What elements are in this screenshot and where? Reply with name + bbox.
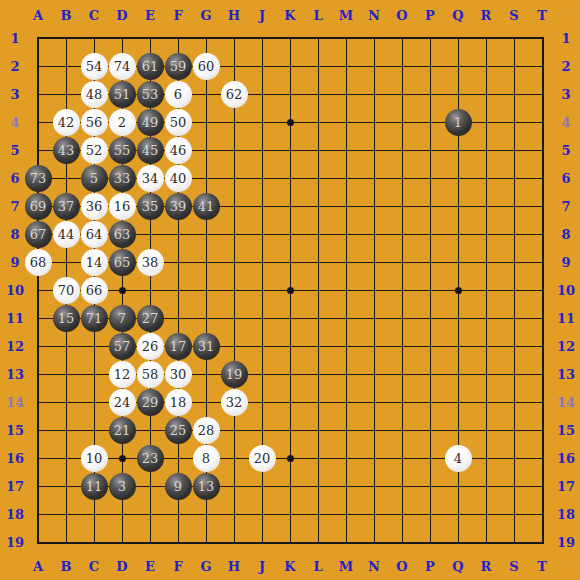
col-label-bottom-R: R xyxy=(481,559,492,574)
row-label-left-11: 11 xyxy=(6,311,24,326)
stone-black-25-F15: 25 xyxy=(165,417,192,444)
col-label-top-K: K xyxy=(284,8,295,23)
stone-white-18-F14: 18 xyxy=(165,389,192,416)
col-label-bottom-P: P xyxy=(425,559,435,574)
col-label-bottom-H: H xyxy=(228,559,240,574)
row-label-left-7: 7 xyxy=(10,199,19,214)
row-label-right-5: 5 xyxy=(561,143,570,158)
row-label-right-17: 17 xyxy=(557,479,575,494)
col-label-bottom-D: D xyxy=(116,559,127,574)
col-label-bottom-S: S xyxy=(509,559,518,574)
stone-black-69-A7: 69 xyxy=(25,193,52,220)
col-label-bottom-Q: Q xyxy=(452,559,463,574)
col-label-top-M: M xyxy=(339,8,353,23)
row-label-right-7: 7 xyxy=(561,199,570,214)
stone-white-60-G2: 60 xyxy=(193,53,220,80)
stone-white-74-D2: 74 xyxy=(109,53,136,80)
stone-white-4-Q16: 4 xyxy=(445,445,472,472)
col-label-top-G: G xyxy=(200,8,211,23)
row-label-right-9: 9 xyxy=(561,255,570,270)
stone-black-73-A6: 73 xyxy=(25,165,52,192)
row-label-left-1: 1 xyxy=(10,31,19,46)
stone-black-29-E14: 29 xyxy=(137,389,164,416)
col-label-bottom-C: C xyxy=(89,559,99,574)
stone-black-19-H13: 19 xyxy=(221,361,248,388)
star-point-K10 xyxy=(287,287,294,294)
row-label-right-6: 6 xyxy=(561,171,570,186)
stone-white-14-C9: 14 xyxy=(81,249,108,276)
stone-black-23-E16: 23 xyxy=(137,445,164,472)
col-label-top-T: T xyxy=(537,8,547,23)
stone-white-38-E9: 38 xyxy=(137,249,164,276)
col-label-top-R: R xyxy=(481,8,492,23)
stone-black-35-E7: 35 xyxy=(137,193,164,220)
col-label-top-L: L xyxy=(313,8,322,23)
star-point-D16 xyxy=(119,455,126,462)
stone-white-30-F13: 30 xyxy=(165,361,192,388)
row-label-right-14: 14 xyxy=(557,395,575,410)
stone-black-9-F17: 9 xyxy=(165,473,192,500)
col-label-top-P: P xyxy=(425,8,435,23)
stone-black-37-B7: 37 xyxy=(53,193,80,220)
stone-black-17-F12: 17 xyxy=(165,333,192,360)
stone-black-55-D5: 55 xyxy=(109,137,136,164)
stone-white-58-E13: 58 xyxy=(137,361,164,388)
stone-white-36-C7: 36 xyxy=(81,193,108,220)
stone-black-15-B11: 15 xyxy=(53,305,80,332)
stone-white-62-H3: 62 xyxy=(221,81,248,108)
col-label-top-N: N xyxy=(368,8,380,23)
stone-black-45-E5: 45 xyxy=(137,137,164,164)
col-label-top-F: F xyxy=(173,8,182,23)
stone-black-51-D3: 51 xyxy=(109,81,136,108)
star-point-K16 xyxy=(287,455,294,462)
row-label-right-13: 13 xyxy=(557,367,575,382)
col-label-bottom-M: M xyxy=(339,559,353,574)
stone-white-26-E12: 26 xyxy=(137,333,164,360)
col-label-bottom-J: J xyxy=(259,559,265,574)
row-label-left-14: 14 xyxy=(6,395,24,410)
col-label-top-E: E xyxy=(145,8,155,23)
stone-white-16-D7: 16 xyxy=(109,193,136,220)
row-label-left-15: 15 xyxy=(6,423,24,438)
stone-black-59-F2: 59 xyxy=(165,53,192,80)
stone-black-5-C6: 5 xyxy=(81,165,108,192)
col-label-top-S: S xyxy=(509,8,518,23)
col-label-bottom-N: N xyxy=(368,559,380,574)
row-label-right-11: 11 xyxy=(557,311,575,326)
stone-white-48-C3: 48 xyxy=(81,81,108,108)
stone-white-54-C2: 54 xyxy=(81,53,108,80)
row-label-left-16: 16 xyxy=(6,451,24,466)
col-label-bottom-F: F xyxy=(173,559,182,574)
row-label-left-3: 3 xyxy=(10,87,19,102)
col-label-bottom-K: K xyxy=(284,559,295,574)
stone-white-10-C16: 10 xyxy=(81,445,108,472)
row-label-left-2: 2 xyxy=(10,59,19,74)
col-label-top-C: C xyxy=(89,8,99,23)
stone-white-8-G16: 8 xyxy=(193,445,220,472)
col-label-top-J: J xyxy=(259,8,265,23)
stone-white-28-G15: 28 xyxy=(193,417,220,444)
row-label-right-10: 10 xyxy=(557,283,575,298)
col-label-bottom-T: T xyxy=(537,559,547,574)
col-label-bottom-O: O xyxy=(396,559,407,574)
row-label-left-10: 10 xyxy=(6,283,24,298)
col-label-top-Q: Q xyxy=(452,8,463,23)
row-label-left-18: 18 xyxy=(6,507,24,522)
col-label-bottom-L: L xyxy=(313,559,322,574)
row-label-left-13: 13 xyxy=(6,367,24,382)
stone-white-52-C5: 52 xyxy=(81,137,108,164)
stone-white-32-H14: 32 xyxy=(221,389,248,416)
row-label-left-4: 4 xyxy=(10,115,19,130)
row-label-right-15: 15 xyxy=(557,423,575,438)
star-point-K4 xyxy=(287,119,294,126)
col-label-top-O: O xyxy=(396,8,407,23)
col-label-top-H: H xyxy=(228,8,240,23)
stone-black-11-C17: 11 xyxy=(81,473,108,500)
row-label-left-5: 5 xyxy=(10,143,19,158)
stone-black-41-G7: 41 xyxy=(193,193,220,220)
row-label-right-16: 16 xyxy=(557,451,575,466)
stone-black-71-C11: 71 xyxy=(81,305,108,332)
stone-black-33-D6: 33 xyxy=(109,165,136,192)
col-label-top-B: B xyxy=(61,8,72,23)
stone-white-46-F5: 46 xyxy=(165,137,192,164)
stone-black-53-E3: 53 xyxy=(137,81,164,108)
stone-black-7-D11: 7 xyxy=(109,305,136,332)
col-label-bottom-E: E xyxy=(145,559,155,574)
go-kifu-diagram: 1234567891011121314151617181920212324252… xyxy=(0,0,580,580)
row-label-right-8: 8 xyxy=(561,227,570,242)
stone-white-50-F4: 50 xyxy=(165,109,192,136)
stone-white-70-B10: 70 xyxy=(53,277,80,304)
stone-white-56-C4: 56 xyxy=(81,109,108,136)
stone-white-68-A9: 68 xyxy=(25,249,52,276)
stone-white-40-F6: 40 xyxy=(165,165,192,192)
star-point-D10 xyxy=(119,287,126,294)
col-label-bottom-G: G xyxy=(200,559,211,574)
row-label-right-18: 18 xyxy=(557,507,575,522)
stone-black-43-B5: 43 xyxy=(53,137,80,164)
stone-black-1-Q4: 1 xyxy=(445,109,472,136)
stone-black-21-D15: 21 xyxy=(109,417,136,444)
stone-black-13-G17: 13 xyxy=(193,473,220,500)
stone-white-42-B4: 42 xyxy=(53,109,80,136)
stone-black-27-E11: 27 xyxy=(137,305,164,332)
stone-black-3-D17: 3 xyxy=(109,473,136,500)
row-label-left-19: 19 xyxy=(6,535,24,550)
stone-white-44-B8: 44 xyxy=(53,221,80,248)
stone-white-6-F3: 6 xyxy=(165,81,192,108)
col-label-bottom-A: A xyxy=(33,559,43,574)
row-label-right-19: 19 xyxy=(557,535,575,550)
stone-black-49-E4: 49 xyxy=(137,109,164,136)
stone-white-64-C8: 64 xyxy=(81,221,108,248)
col-label-top-D: D xyxy=(116,8,127,23)
row-label-left-9: 9 xyxy=(10,255,19,270)
row-label-right-3: 3 xyxy=(561,87,570,102)
stone-black-31-G12: 31 xyxy=(193,333,220,360)
stone-white-66-C10: 66 xyxy=(81,277,108,304)
row-label-right-4: 4 xyxy=(561,115,570,130)
row-label-right-12: 12 xyxy=(557,339,575,354)
row-label-left-17: 17 xyxy=(6,479,24,494)
stone-black-61-E2: 61 xyxy=(137,53,164,80)
stone-white-12-D13: 12 xyxy=(109,361,136,388)
stone-black-67-A8: 67 xyxy=(25,221,52,248)
stone-black-65-D9: 65 xyxy=(109,249,136,276)
row-label-left-6: 6 xyxy=(10,171,19,186)
row-label-left-8: 8 xyxy=(10,227,19,242)
row-label-left-12: 12 xyxy=(6,339,24,354)
stone-black-57-D12: 57 xyxy=(109,333,136,360)
col-label-bottom-B: B xyxy=(61,559,72,574)
stone-black-39-F7: 39 xyxy=(165,193,192,220)
go-board: 1234567891011121314151617181920212324252… xyxy=(24,24,556,556)
row-label-right-1: 1 xyxy=(561,31,570,46)
star-point-Q10 xyxy=(455,287,462,294)
stone-white-34-E6: 34 xyxy=(137,165,164,192)
stone-black-63-D8: 63 xyxy=(109,221,136,248)
stone-white-24-D14: 24 xyxy=(109,389,136,416)
col-label-top-A: A xyxy=(33,8,43,23)
stone-white-20-J16: 20 xyxy=(249,445,276,472)
row-label-right-2: 2 xyxy=(561,59,570,74)
stone-white-2-D4: 2 xyxy=(109,109,136,136)
